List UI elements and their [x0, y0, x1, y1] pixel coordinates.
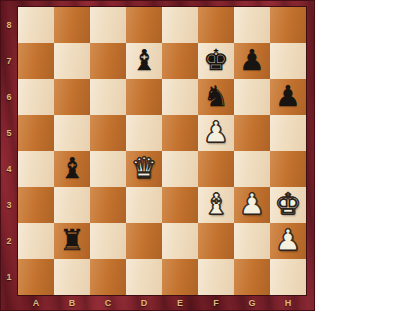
- file-label-e: E: [162, 296, 198, 310]
- rank-label-1: 1: [1, 259, 17, 295]
- file-label-d: D: [126, 296, 162, 310]
- black-pawn-g7[interactable]: ♟: [234, 43, 270, 79]
- square-b3[interactable]: [54, 187, 90, 223]
- square-h5[interactable]: [270, 115, 306, 151]
- square-a5[interactable]: [18, 115, 54, 151]
- white-bishop-f3[interactable]: ♝: [198, 187, 234, 223]
- square-h4[interactable]: [270, 151, 306, 187]
- square-f5[interactable]: ♟: [198, 115, 234, 151]
- square-d4[interactable]: ♛: [126, 151, 162, 187]
- square-e1[interactable]: [162, 259, 198, 295]
- square-g7[interactable]: ♟: [234, 43, 270, 79]
- square-f3[interactable]: ♝: [198, 187, 234, 223]
- rank-label-6: 6: [1, 79, 17, 115]
- square-b6[interactable]: [54, 79, 90, 115]
- square-h6[interactable]: ♟: [270, 79, 306, 115]
- square-a4[interactable]: [18, 151, 54, 187]
- square-b5[interactable]: [54, 115, 90, 151]
- square-g1[interactable]: [234, 259, 270, 295]
- square-c6[interactable]: [90, 79, 126, 115]
- square-f6[interactable]: ♞: [198, 79, 234, 115]
- square-c3[interactable]: [90, 187, 126, 223]
- file-label-f: F: [198, 296, 234, 310]
- square-d1[interactable]: [126, 259, 162, 295]
- square-e5[interactable]: [162, 115, 198, 151]
- square-e2[interactable]: [162, 223, 198, 259]
- chessboard: ♝♚♟♞♟♟♝♛♝♟♚♜♟ 87654321ABCDEFGH: [0, 0, 315, 311]
- white-pawn-g3[interactable]: ♟: [234, 187, 270, 223]
- square-h8[interactable]: [270, 7, 306, 43]
- file-label-h: H: [270, 296, 306, 310]
- square-g5[interactable]: [234, 115, 270, 151]
- square-b4[interactable]: ♝: [54, 151, 90, 187]
- square-b1[interactable]: [54, 259, 90, 295]
- square-a1[interactable]: [18, 259, 54, 295]
- square-f4[interactable]: [198, 151, 234, 187]
- square-b7[interactable]: [54, 43, 90, 79]
- square-b2[interactable]: ♜: [54, 223, 90, 259]
- file-label-c: C: [90, 296, 126, 310]
- square-e6[interactable]: [162, 79, 198, 115]
- square-a3[interactable]: [18, 187, 54, 223]
- square-d3[interactable]: [126, 187, 162, 223]
- square-c1[interactable]: [90, 259, 126, 295]
- square-h2[interactable]: ♟: [270, 223, 306, 259]
- rank-label-4: 4: [1, 151, 17, 187]
- square-d7[interactable]: ♝: [126, 43, 162, 79]
- black-bishop-b4[interactable]: ♝: [54, 151, 90, 187]
- square-a7[interactable]: [18, 43, 54, 79]
- rank-label-2: 2: [1, 223, 17, 259]
- square-c5[interactable]: [90, 115, 126, 151]
- rank-label-3: 3: [1, 187, 17, 223]
- square-a2[interactable]: [18, 223, 54, 259]
- rank-label-7: 7: [1, 43, 17, 79]
- white-pawn-h2[interactable]: ♟: [270, 223, 306, 259]
- square-g8[interactable]: [234, 7, 270, 43]
- black-knight-f6[interactable]: ♞: [198, 79, 234, 115]
- rank-label-5: 5: [1, 115, 17, 151]
- square-f1[interactable]: [198, 259, 234, 295]
- square-d8[interactable]: [126, 7, 162, 43]
- square-c2[interactable]: [90, 223, 126, 259]
- square-h1[interactable]: [270, 259, 306, 295]
- square-g2[interactable]: [234, 223, 270, 259]
- square-a6[interactable]: [18, 79, 54, 115]
- square-f8[interactable]: [198, 7, 234, 43]
- square-e3[interactable]: [162, 187, 198, 223]
- square-g6[interactable]: [234, 79, 270, 115]
- board-squares: ♝♚♟♞♟♟♝♛♝♟♚♜♟: [17, 6, 307, 296]
- square-d6[interactable]: [126, 79, 162, 115]
- square-c4[interactable]: [90, 151, 126, 187]
- square-h7[interactable]: [270, 43, 306, 79]
- rank-label-8: 8: [1, 7, 17, 43]
- file-label-a: A: [18, 296, 54, 310]
- square-b8[interactable]: [54, 7, 90, 43]
- square-d5[interactable]: [126, 115, 162, 151]
- file-label-g: G: [234, 296, 270, 310]
- square-g3[interactable]: ♟: [234, 187, 270, 223]
- white-pawn-f5[interactable]: ♟: [198, 115, 234, 151]
- square-c8[interactable]: [90, 7, 126, 43]
- square-f2[interactable]: [198, 223, 234, 259]
- black-rook-b2[interactable]: ♜: [54, 223, 90, 259]
- square-d2[interactable]: [126, 223, 162, 259]
- square-e4[interactable]: [162, 151, 198, 187]
- black-king-f7[interactable]: ♚: [198, 43, 234, 79]
- square-e8[interactable]: [162, 7, 198, 43]
- file-label-b: B: [54, 296, 90, 310]
- square-f7[interactable]: ♚: [198, 43, 234, 79]
- black-pawn-h6[interactable]: ♟: [270, 79, 306, 115]
- white-queen-d4[interactable]: ♛: [126, 151, 162, 187]
- square-c7[interactable]: [90, 43, 126, 79]
- black-bishop-d7[interactable]: ♝: [126, 43, 162, 79]
- square-e7[interactable]: [162, 43, 198, 79]
- square-h3[interactable]: ♚: [270, 187, 306, 223]
- page: ♝♚♟♞♟♟♝♛♝♟♚♜♟ 87654321ABCDEFGH: [0, 0, 414, 311]
- square-g4[interactable]: [234, 151, 270, 187]
- white-king-h3[interactable]: ♚: [270, 187, 306, 223]
- square-a8[interactable]: [18, 7, 54, 43]
